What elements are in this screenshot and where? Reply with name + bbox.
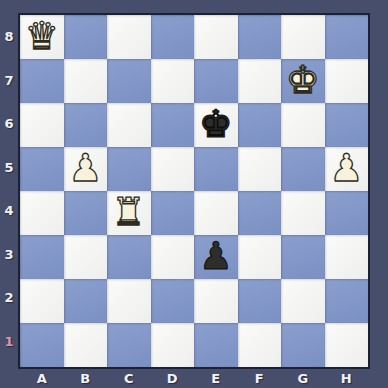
square-d8[interactable] bbox=[151, 15, 195, 59]
square-b2[interactable] bbox=[64, 279, 108, 323]
file-label-b: B bbox=[64, 368, 108, 388]
square-f2[interactable] bbox=[238, 279, 282, 323]
rank-label-4: 4 bbox=[0, 189, 18, 233]
square-c5[interactable] bbox=[107, 147, 151, 191]
square-h6[interactable] bbox=[325, 103, 369, 147]
square-a2[interactable] bbox=[20, 279, 64, 323]
square-g5[interactable] bbox=[281, 147, 325, 191]
square-h1[interactable] bbox=[325, 323, 369, 367]
rank-label-7: 7 bbox=[0, 59, 18, 103]
piece-white-pawn[interactable]: ♟ bbox=[68, 149, 102, 187]
square-e8[interactable] bbox=[194, 15, 238, 59]
piece-white-rook[interactable]: ♜ bbox=[112, 193, 146, 231]
square-d1[interactable] bbox=[151, 323, 195, 367]
square-a1[interactable] bbox=[20, 323, 64, 367]
file-label-a: A bbox=[20, 368, 64, 388]
square-d4[interactable] bbox=[151, 191, 195, 235]
square-g7[interactable]: ♚ bbox=[281, 59, 325, 103]
square-b3[interactable] bbox=[64, 235, 108, 279]
square-h7[interactable] bbox=[325, 59, 369, 103]
chess-board-frame: ♛♚♚♟♟♜♟ 87654321 ABCDEFGH bbox=[0, 0, 388, 388]
square-a4[interactable] bbox=[20, 191, 64, 235]
square-h4[interactable] bbox=[325, 191, 369, 235]
square-c2[interactable] bbox=[107, 279, 151, 323]
square-g2[interactable] bbox=[281, 279, 325, 323]
square-h2[interactable] bbox=[325, 279, 369, 323]
chess-board: ♛♚♚♟♟♜♟ bbox=[18, 13, 370, 369]
square-b8[interactable] bbox=[64, 15, 108, 59]
square-e3[interactable]: ♟ bbox=[194, 235, 238, 279]
square-e4[interactable] bbox=[194, 191, 238, 235]
square-d6[interactable] bbox=[151, 103, 195, 147]
file-label-e: E bbox=[194, 368, 238, 388]
rank-labels: 87654321 bbox=[0, 15, 18, 363]
square-f5[interactable] bbox=[238, 147, 282, 191]
piece-white-king[interactable]: ♚ bbox=[286, 61, 320, 99]
square-a6[interactable] bbox=[20, 103, 64, 147]
rank-label-5: 5 bbox=[0, 146, 18, 190]
square-c6[interactable] bbox=[107, 103, 151, 147]
square-d7[interactable] bbox=[151, 59, 195, 103]
rank-label-6: 6 bbox=[0, 102, 18, 146]
piece-white-queen[interactable]: ♛ bbox=[25, 17, 59, 55]
file-label-h: H bbox=[325, 368, 369, 388]
file-label-c: C bbox=[107, 368, 151, 388]
square-g8[interactable] bbox=[281, 15, 325, 59]
square-f7[interactable] bbox=[238, 59, 282, 103]
square-c1[interactable] bbox=[107, 323, 151, 367]
square-b7[interactable] bbox=[64, 59, 108, 103]
square-f1[interactable] bbox=[238, 323, 282, 367]
square-d2[interactable] bbox=[151, 279, 195, 323]
square-f8[interactable] bbox=[238, 15, 282, 59]
file-label-g: G bbox=[281, 368, 325, 388]
square-e1[interactable] bbox=[194, 323, 238, 367]
square-a3[interactable] bbox=[20, 235, 64, 279]
rank-label-8: 8 bbox=[0, 15, 18, 59]
square-a5[interactable] bbox=[20, 147, 64, 191]
square-b6[interactable] bbox=[64, 103, 108, 147]
square-e5[interactable] bbox=[194, 147, 238, 191]
square-c7[interactable] bbox=[107, 59, 151, 103]
file-labels: ABCDEFGH bbox=[20, 368, 368, 388]
rank-label-3: 3 bbox=[0, 233, 18, 277]
piece-black-pawn[interactable]: ♟ bbox=[199, 237, 233, 275]
square-g4[interactable] bbox=[281, 191, 325, 235]
square-f3[interactable] bbox=[238, 235, 282, 279]
square-b5[interactable]: ♟ bbox=[64, 147, 108, 191]
square-a8[interactable]: ♛ bbox=[20, 15, 64, 59]
square-a7[interactable] bbox=[20, 59, 64, 103]
square-h3[interactable] bbox=[325, 235, 369, 279]
file-label-d: D bbox=[151, 368, 195, 388]
square-c3[interactable] bbox=[107, 235, 151, 279]
square-h8[interactable] bbox=[325, 15, 369, 59]
square-g3[interactable] bbox=[281, 235, 325, 279]
square-f4[interactable] bbox=[238, 191, 282, 235]
square-g1[interactable] bbox=[281, 323, 325, 367]
square-b1[interactable] bbox=[64, 323, 108, 367]
square-c4[interactable]: ♜ bbox=[107, 191, 151, 235]
rank-label-1: 1 bbox=[0, 320, 18, 364]
square-f6[interactable] bbox=[238, 103, 282, 147]
square-d5[interactable] bbox=[151, 147, 195, 191]
square-e6[interactable]: ♚ bbox=[194, 103, 238, 147]
square-d3[interactable] bbox=[151, 235, 195, 279]
square-g6[interactable] bbox=[281, 103, 325, 147]
file-label-f: F bbox=[238, 368, 282, 388]
square-c8[interactable] bbox=[107, 15, 151, 59]
rank-label-2: 2 bbox=[0, 276, 18, 320]
piece-black-king[interactable]: ♚ bbox=[199, 105, 233, 143]
square-e2[interactable] bbox=[194, 279, 238, 323]
square-e7[interactable] bbox=[194, 59, 238, 103]
piece-white-pawn[interactable]: ♟ bbox=[329, 149, 363, 187]
square-b4[interactable] bbox=[64, 191, 108, 235]
square-h5[interactable]: ♟ bbox=[325, 147, 369, 191]
